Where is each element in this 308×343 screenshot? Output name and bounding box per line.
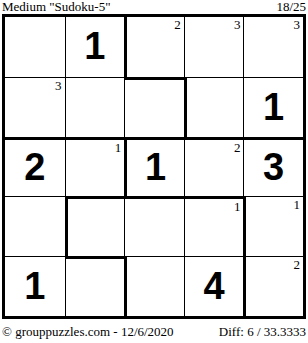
cell-r3c3: 1 — [124, 137, 184, 197]
cell-r5c5[interactable]: 2 — [243, 256, 303, 316]
corner-mark: 2 — [234, 140, 241, 155]
corner-mark: 3 — [293, 17, 300, 32]
cell-r1c4[interactable]: 3 — [184, 17, 244, 77]
cell-r2c2[interactable] — [65, 77, 125, 137]
clue-counter: 18/25 — [276, 0, 306, 14]
corner-mark: 3 — [55, 78, 62, 93]
sudoku-board: 1233312112311142 — [2, 14, 306, 319]
cell-r4c1[interactable] — [5, 196, 65, 256]
given-digit: 2 — [5, 140, 65, 197]
cell-r3c5: 3 — [243, 137, 303, 197]
footer: © grouppuzzles.com - 12/6/2020 Diff: 6 /… — [2, 324, 306, 339]
corner-mark: 1 — [234, 199, 241, 214]
corner-mark: 1 — [293, 197, 300, 212]
given-digit: 4 — [185, 257, 244, 316]
cell-r3c4[interactable]: 2 — [184, 137, 244, 197]
cell-r3c2[interactable]: 1 — [65, 137, 125, 197]
header: Medium "Sudoku-5" 18/25 — [2, 0, 306, 14]
cell-r5c4: 4 — [184, 256, 244, 316]
cell-r5c2[interactable] — [65, 256, 125, 316]
cell-r1c3[interactable]: 2 — [124, 17, 184, 77]
cell-r5c1: 1 — [5, 256, 65, 316]
corner-mark: 3 — [234, 17, 241, 32]
cell-r2c5: 1 — [243, 77, 303, 137]
copyright-text: © grouppuzzles.com - 12/6/2020 — [2, 324, 174, 339]
cell-r4c4[interactable]: 1 — [184, 196, 244, 256]
given-digit: 3 — [244, 140, 303, 197]
given-digit: 1 — [244, 78, 303, 137]
cell-r2c3[interactable] — [124, 77, 184, 137]
corner-mark: 2 — [293, 257, 300, 272]
given-digit: 1 — [127, 140, 184, 197]
corner-mark: 1 — [115, 140, 122, 155]
cell-r2c4[interactable] — [184, 77, 244, 137]
cell-r4c3[interactable] — [124, 196, 184, 256]
given-digit: 1 — [66, 17, 125, 77]
corner-mark: 2 — [174, 17, 181, 32]
cell-r2c1[interactable]: 3 — [5, 77, 65, 137]
cell-r4c2[interactable] — [65, 196, 125, 256]
given-digit: 1 — [5, 257, 65, 316]
cell-r1c5[interactable]: 3 — [243, 17, 303, 77]
cell-r1c1[interactable] — [5, 17, 65, 77]
cell-r3c1: 2 — [5, 137, 65, 197]
difficulty-text: Diff: 6 / 33.3333 — [219, 324, 306, 339]
puzzle-title: Medium "Sudoku-5" — [2, 0, 110, 14]
cell-r5c3[interactable] — [124, 256, 184, 316]
cell-r4c5[interactable]: 1 — [243, 196, 303, 256]
cell-r1c2: 1 — [65, 17, 125, 77]
